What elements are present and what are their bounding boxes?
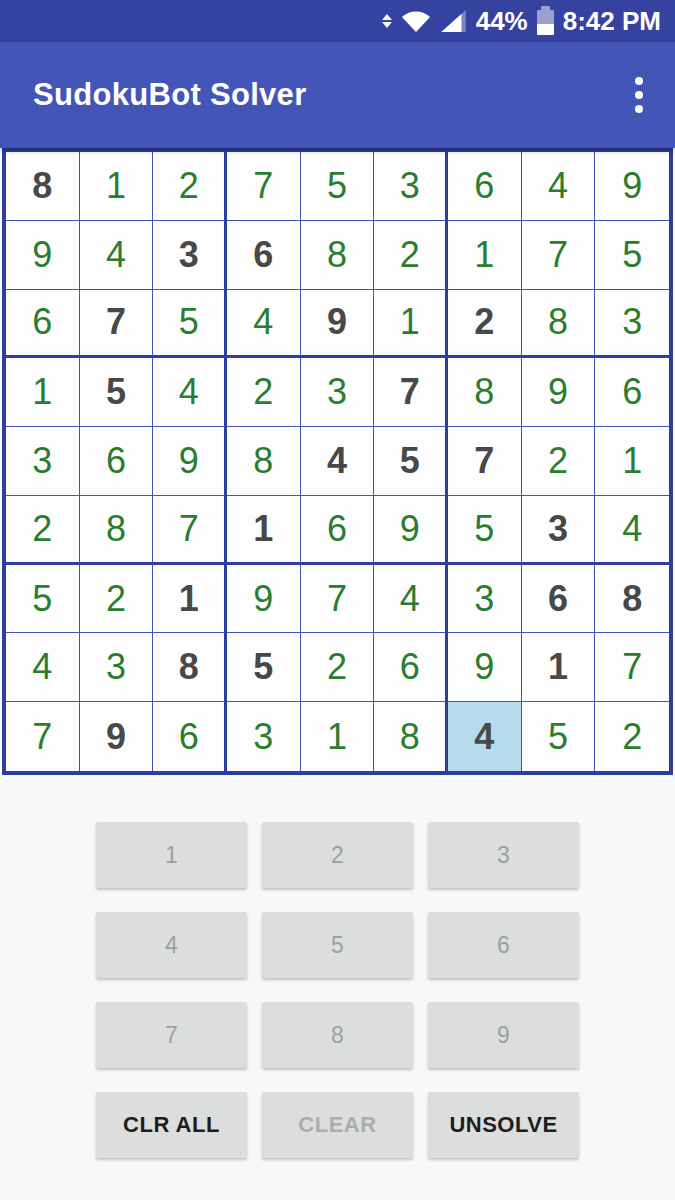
key-6-button[interactable]: 6	[428, 912, 579, 978]
cell-r6c1[interactable]: 2	[6, 496, 80, 565]
cell-r4c5[interactable]: 3	[301, 358, 375, 427]
cell-r9c4[interactable]: 3	[227, 702, 301, 771]
cell-r1c9[interactable]: 9	[595, 152, 669, 221]
key-1-button[interactable]: 1	[96, 822, 247, 888]
cell-r4c7[interactable]: 8	[448, 358, 522, 427]
cell-r7c7[interactable]: 3	[448, 565, 522, 634]
cell-r5c5[interactable]: 4	[301, 427, 375, 496]
battery-percent: 44%	[476, 6, 528, 37]
cell-r4c1[interactable]: 1	[6, 358, 80, 427]
keypad-row-2: 4 5 6	[0, 912, 675, 978]
key-9-button[interactable]: 9	[428, 1002, 579, 1068]
board-wrap: 8127536499436821756754912831542378963698…	[0, 148, 675, 775]
sudoku-board: 8127536499436821756754912831542378963698…	[2, 148, 673, 775]
cell-r6c5[interactable]: 6	[301, 496, 375, 565]
cell-r8c4[interactable]: 5	[227, 633, 301, 702]
page-title: SudokuBot Solver	[33, 77, 307, 113]
cell-r2c5[interactable]: 8	[301, 221, 375, 290]
cell-r9c7[interactable]: 4	[448, 702, 522, 771]
cell-r7c1[interactable]: 5	[6, 565, 80, 634]
cell-r1c1[interactable]: 8	[6, 152, 80, 221]
cell-r6c7[interactable]: 5	[448, 496, 522, 565]
cell-r7c8[interactable]: 6	[522, 565, 596, 634]
cell-r9c1[interactable]: 7	[6, 702, 80, 771]
cell-r5c7[interactable]: 7	[448, 427, 522, 496]
cell-r8c7[interactable]: 9	[448, 633, 522, 702]
cell-r9c3[interactable]: 6	[153, 702, 227, 771]
keypad-row-1: 1 2 3	[0, 822, 675, 888]
cell-r7c5[interactable]: 7	[301, 565, 375, 634]
cell-r1c4[interactable]: 7	[227, 152, 301, 221]
cell-r2c2[interactable]: 4	[80, 221, 154, 290]
cell-r2c7[interactable]: 1	[448, 221, 522, 290]
cell-r8c6[interactable]: 6	[374, 633, 448, 702]
cell-r2c3[interactable]: 3	[153, 221, 227, 290]
cell-r2c1[interactable]: 9	[6, 221, 80, 290]
cell-r3c6[interactable]: 1	[374, 290, 448, 359]
cell-r4c8[interactable]: 9	[522, 358, 596, 427]
cell-r8c8[interactable]: 1	[522, 633, 596, 702]
cell-r3c5[interactable]: 9	[301, 290, 375, 359]
key-5-button[interactable]: 5	[262, 912, 413, 978]
cell-r1c7[interactable]: 6	[448, 152, 522, 221]
cell-r3c1[interactable]: 6	[6, 290, 80, 359]
cell-r5c1[interactable]: 3	[6, 427, 80, 496]
cell-r8c1[interactable]: 4	[6, 633, 80, 702]
battery-icon	[537, 6, 554, 36]
keypad-row-3: 7 8 9	[0, 1002, 675, 1068]
cell-r7c9[interactable]: 8	[595, 565, 669, 634]
cell-r1c3[interactable]: 2	[153, 152, 227, 221]
cell-r6c2[interactable]: 8	[80, 496, 154, 565]
key-2-button[interactable]: 2	[262, 822, 413, 888]
unsolve-button[interactable]: UNSOLVE	[428, 1092, 579, 1158]
cell-r8c5[interactable]: 2	[301, 633, 375, 702]
cell-r3c4[interactable]: 4	[227, 290, 301, 359]
cell-r5c9[interactable]: 1	[595, 427, 669, 496]
cell-r2c8[interactable]: 7	[522, 221, 596, 290]
status-bar: 44% 8:42 PM	[0, 0, 675, 42]
cell-r3c2[interactable]: 7	[80, 290, 154, 359]
cell-r1c2[interactable]: 1	[80, 152, 154, 221]
cell-r2c4[interactable]: 6	[227, 221, 301, 290]
cell-r7c3[interactable]: 1	[153, 565, 227, 634]
keypad-area: 1 2 3 4 5 6 7 8 9 CLR ALL CLEAR UNSOLVE	[0, 775, 675, 1200]
cell-r5c8[interactable]: 2	[522, 427, 596, 496]
cell-r1c8[interactable]: 4	[522, 152, 596, 221]
cell-r2c9[interactable]: 5	[595, 221, 669, 290]
cell-signal-icon	[440, 9, 467, 33]
clear-button[interactable]: CLEAR	[262, 1092, 413, 1158]
cell-r1c6[interactable]: 3	[374, 152, 448, 221]
wifi-icon	[401, 9, 431, 33]
cell-r2c6[interactable]: 2	[374, 221, 448, 290]
cell-r3c7[interactable]: 2	[448, 290, 522, 359]
cell-r9c6[interactable]: 8	[374, 702, 448, 771]
cell-r6c9[interactable]: 4	[595, 496, 669, 565]
cell-r3c3[interactable]: 5	[153, 290, 227, 359]
cell-r6c8[interactable]: 3	[522, 496, 596, 565]
network-activity-arrows-icon	[382, 14, 392, 28]
cell-r4c3[interactable]: 4	[153, 358, 227, 427]
cell-r8c3[interactable]: 8	[153, 633, 227, 702]
app-bar: SudokuBot Solver	[0, 42, 675, 148]
cell-r4c4[interactable]: 2	[227, 358, 301, 427]
cell-r8c9[interactable]: 7	[595, 633, 669, 702]
cell-r5c6[interactable]: 5	[374, 427, 448, 496]
cell-r1c5[interactable]: 5	[301, 152, 375, 221]
cell-r3c8[interactable]: 8	[522, 290, 596, 359]
cell-r9c8[interactable]: 5	[522, 702, 596, 771]
cell-r6c6[interactable]: 9	[374, 496, 448, 565]
clr-all-button[interactable]: CLR ALL	[96, 1092, 247, 1158]
cell-r7c2[interactable]: 2	[80, 565, 154, 634]
clock: 8:42 PM	[563, 6, 661, 37]
cell-r7c6[interactable]: 4	[374, 565, 448, 634]
cell-r6c3[interactable]: 7	[153, 496, 227, 565]
cell-r6c4[interactable]: 1	[227, 496, 301, 565]
cell-r4c9[interactable]: 6	[595, 358, 669, 427]
cell-r5c3[interactable]: 9	[153, 427, 227, 496]
cell-r5c4[interactable]: 8	[227, 427, 301, 496]
key-7-button[interactable]: 7	[96, 1002, 247, 1068]
cell-r8c2[interactable]: 3	[80, 633, 154, 702]
cell-r5c2[interactable]: 6	[80, 427, 154, 496]
cell-r9c2[interactable]: 9	[80, 702, 154, 771]
key-8-button[interactable]: 8	[262, 1002, 413, 1068]
key-3-button[interactable]: 3	[428, 822, 579, 888]
cell-r4c6[interactable]: 7	[374, 358, 448, 427]
cell-r3c9[interactable]: 3	[595, 290, 669, 359]
cell-r4c2[interactable]: 5	[80, 358, 154, 427]
more-vert-icon[interactable]	[625, 67, 653, 123]
cell-r9c9[interactable]: 2	[595, 702, 669, 771]
action-row: CLR ALL CLEAR UNSOLVE	[0, 1092, 675, 1158]
key-4-button[interactable]: 4	[96, 912, 247, 978]
cell-r9c5[interactable]: 1	[301, 702, 375, 771]
cell-r7c4[interactable]: 9	[227, 565, 301, 634]
